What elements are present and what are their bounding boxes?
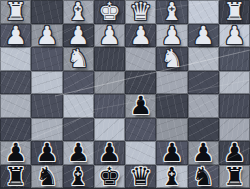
square-d2[interactable]: ♟ [125,24,156,48]
black-pawn[interactable]: ♟ [4,141,26,165]
black-bishop[interactable]: ♝ [161,165,183,189]
black-pawn[interactable]: ♟ [98,141,120,165]
white-queen[interactable]: ♛ [129,0,151,24]
square-a3[interactable] [219,47,250,71]
square-c4[interactable] [156,71,187,95]
white-bishop[interactable]: ♝ [161,0,183,24]
square-f8[interactable]: ♝ [63,165,94,189]
square-a1[interactable]: ♜ [219,0,250,24]
square-b1[interactable] [188,0,219,24]
square-a2[interactable]: ♟ [219,24,250,48]
black-pawn[interactable]: ♟ [67,141,89,165]
square-a5[interactable] [219,94,250,118]
square-b8[interactable]: ♞ [188,165,219,189]
square-g8[interactable]: ♞ [31,165,62,189]
square-f5[interactable] [63,94,94,118]
black-pawn[interactable]: ♟ [161,141,183,165]
square-b2[interactable]: ♟ [188,24,219,48]
chess-app: ♜♝♚♛♝♜♟♟♟♟♟♟♟♟♞♞♟♟♟♟♟♟♟♟♜♞♝♚♛♝♞♜ [0,0,250,188]
square-d6[interactable] [125,118,156,142]
square-c1[interactable]: ♝ [156,0,187,24]
white-rook[interactable]: ♜ [4,0,26,24]
square-e7[interactable]: ♟ [94,141,125,165]
square-h7[interactable]: ♟ [0,141,31,165]
square-e5[interactable] [94,94,125,118]
square-h5[interactable] [0,94,31,118]
black-knight[interactable]: ♞ [36,165,58,189]
white-pawn[interactable]: ♟ [98,24,120,48]
black-pawn[interactable]: ♟ [192,141,214,165]
square-b4[interactable] [188,71,219,95]
black-king[interactable]: ♚ [98,165,120,189]
square-h1[interactable]: ♜ [0,0,31,24]
black-queen[interactable]: ♛ [129,165,151,189]
square-h3[interactable] [0,47,31,71]
square-h2[interactable]: ♟ [0,24,31,48]
square-c3[interactable]: ♞ [156,47,187,71]
square-g3[interactable] [31,47,62,71]
white-pawn[interactable]: ♟ [223,24,245,48]
square-d5[interactable]: ♟ [125,94,156,118]
square-b5[interactable] [188,94,219,118]
square-c8[interactable]: ♝ [156,165,187,189]
square-e4[interactable] [94,71,125,95]
white-knight[interactable]: ♞ [67,47,89,71]
square-b3[interactable] [188,47,219,71]
square-e3[interactable] [94,47,125,71]
white-pawn[interactable]: ♟ [129,24,151,48]
square-e8[interactable]: ♚ [94,165,125,189]
black-pawn[interactable]: ♟ [36,141,58,165]
black-bishop[interactable]: ♝ [67,165,89,189]
square-g5[interactable] [31,94,62,118]
white-pawn[interactable]: ♟ [4,24,26,48]
white-pawn[interactable]: ♟ [192,24,214,48]
white-king[interactable]: ♚ [98,0,120,24]
white-bishop[interactable]: ♝ [67,0,89,24]
black-rook[interactable]: ♜ [4,165,26,189]
square-h4[interactable] [0,71,31,95]
square-c7[interactable]: ♟ [156,141,187,165]
black-rook[interactable]: ♜ [223,165,245,189]
black-knight[interactable]: ♞ [192,165,214,189]
square-g4[interactable] [31,71,62,95]
square-g2[interactable]: ♟ [31,24,62,48]
square-a4[interactable] [219,71,250,95]
black-pawn[interactable]: ♟ [223,141,245,165]
square-f4[interactable] [63,71,94,95]
square-e2[interactable]: ♟ [94,24,125,48]
chess-board: ♜♝♚♛♝♜♟♟♟♟♟♟♟♟♞♞♟♟♟♟♟♟♟♟♜♞♝♚♛♝♞♜ [0,0,250,188]
square-d3[interactable] [125,47,156,71]
white-pawn[interactable]: ♟ [36,24,58,48]
square-a7[interactable]: ♟ [219,141,250,165]
square-e1[interactable]: ♚ [94,0,125,24]
square-f1[interactable]: ♝ [63,0,94,24]
white-rook[interactable]: ♜ [223,0,245,24]
square-c5[interactable] [156,94,187,118]
square-b7[interactable]: ♟ [188,141,219,165]
black-pawn[interactable]: ♟ [129,94,151,118]
white-knight[interactable]: ♞ [161,47,183,71]
square-d7[interactable] [125,141,156,165]
square-g1[interactable] [31,0,62,24]
square-f3[interactable]: ♞ [63,47,94,71]
square-h8[interactable]: ♜ [0,165,31,189]
square-f7[interactable]: ♟ [63,141,94,165]
square-d8[interactable]: ♛ [125,165,156,189]
square-a8[interactable]: ♜ [219,165,250,189]
square-d1[interactable]: ♛ [125,0,156,24]
square-g7[interactable]: ♟ [31,141,62,165]
